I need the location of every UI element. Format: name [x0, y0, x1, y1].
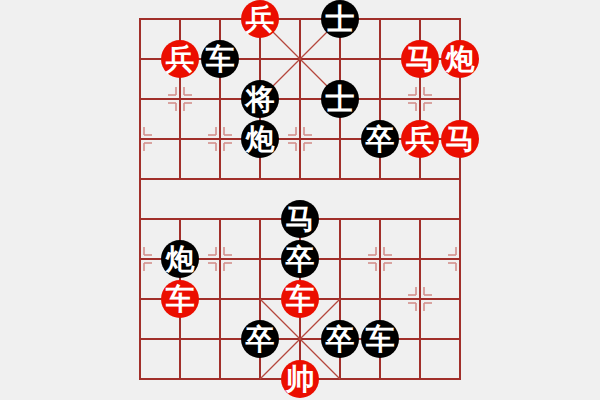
piece-red-horse[interactable]: 马 [401, 40, 439, 78]
piece-black-chariot[interactable]: 车 [201, 40, 239, 78]
piece-red-soldier[interactable]: 兵 [241, 0, 279, 38]
piece-black-cannon[interactable]: 炮 [161, 240, 199, 278]
xiangqi-diagram: 兵士兵车马炮将士炮卒兵马马炮卒车车卒卒车帅 [0, 0, 600, 400]
piece-black-general[interactable]: 将 [241, 80, 279, 118]
piece-black-soldier[interactable]: 卒 [281, 240, 319, 278]
piece-red-soldier[interactable]: 兵 [161, 40, 199, 78]
piece-black-cannon[interactable]: 炮 [241, 120, 279, 158]
piece-black-soldier[interactable]: 卒 [241, 320, 279, 358]
piece-black-soldier[interactable]: 卒 [321, 320, 359, 358]
piece-red-soldier[interactable]: 兵 [401, 120, 439, 158]
piece-red-chariot[interactable]: 车 [161, 280, 199, 318]
piece-black-advisor[interactable]: 士 [321, 0, 359, 38]
piece-red-general[interactable]: 帅 [281, 360, 319, 398]
piece-black-soldier[interactable]: 卒 [361, 120, 399, 158]
piece-black-horse[interactable]: 马 [281, 200, 319, 238]
xiangqi-board: 兵士兵车马炮将士炮卒兵马马炮卒车车卒卒车帅 [120, 0, 480, 399]
piece-black-advisor[interactable]: 士 [321, 80, 359, 118]
piece-red-horse[interactable]: 马 [441, 120, 479, 158]
piece-black-chariot[interactable]: 车 [361, 320, 399, 358]
piece-red-chariot[interactable]: 车 [281, 280, 319, 318]
piece-red-cannon[interactable]: 炮 [441, 40, 479, 78]
